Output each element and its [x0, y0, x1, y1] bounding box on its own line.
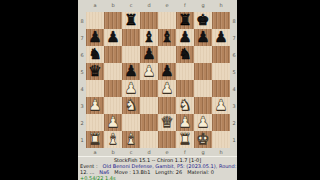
- square-c4: ♟: [122, 80, 140, 97]
- square-h1: [212, 131, 230, 148]
- square-c5: ♟: [122, 63, 140, 80]
- square-c1: ♝: [122, 131, 140, 148]
- square-e2: ♛: [158, 114, 176, 131]
- square-e4: ♟: [158, 80, 176, 97]
- rank-label-2: 2: [230, 114, 238, 131]
- square-d3: [140, 97, 158, 114]
- rank-label-1: 1: [78, 131, 86, 148]
- piece-white-rook: ♜: [178, 131, 191, 148]
- letterbox-right: [237, 0, 320, 180]
- material-info: Material: 0: [187, 169, 214, 175]
- rank-label-6: 6: [230, 46, 238, 63]
- rank-label-8: 8: [230, 12, 238, 29]
- file-label-b: b: [104, 0, 122, 12]
- video-frame: abcdefgh 87654321 87654321 ♜♜♚♟♟♝♝♟♟♟♞♟♞…: [0, 0, 320, 180]
- file-label-f: f: [176, 148, 194, 156]
- square-f5: [176, 63, 194, 80]
- piece-black-knight: ♞: [178, 46, 191, 63]
- letterbox-left: [0, 0, 78, 180]
- length-info: Length: 26: [155, 169, 182, 175]
- file-label-g: g: [194, 148, 212, 156]
- square-h3: ♟: [212, 97, 230, 114]
- square-d6: ♟: [140, 46, 158, 63]
- rank-label-7: 7: [78, 29, 86, 46]
- rank-label-4: 4: [78, 80, 86, 97]
- piece-white-king: ♚: [196, 131, 209, 148]
- square-h6: [212, 46, 230, 63]
- rank-label-7: 7: [230, 29, 238, 46]
- square-a8: [86, 12, 104, 29]
- file-label-a: a: [86, 0, 104, 12]
- rank-label-2: 2: [78, 114, 86, 131]
- square-d1: [140, 131, 158, 148]
- piece-white-pawn: ♟: [214, 97, 227, 114]
- file-label-e: e: [158, 0, 176, 12]
- piece-black-queen: ♛: [88, 63, 101, 80]
- piece-white-knight: ♞: [178, 97, 191, 114]
- piece-black-pawn: ♟: [178, 29, 191, 46]
- square-a5: ♛: [86, 63, 104, 80]
- piece-white-knight: ♞: [124, 97, 137, 114]
- square-d7: ♝: [140, 29, 158, 46]
- file-label-a: a: [86, 148, 104, 156]
- file-label-b: b: [104, 148, 122, 156]
- square-d2: [140, 114, 158, 131]
- piece-black-rook: ♜: [124, 12, 137, 29]
- square-g8: ♚: [194, 12, 212, 29]
- file-label-f: f: [176, 0, 194, 12]
- square-b7: ♟: [104, 29, 122, 46]
- square-g4: [194, 80, 212, 97]
- piece-white-pawn: ♟: [124, 80, 137, 97]
- rank-label-5: 5: [230, 63, 238, 80]
- rank-label-6: 6: [78, 46, 86, 63]
- square-g6: [194, 46, 212, 63]
- piece-black-bishop: ♝: [142, 29, 155, 46]
- piece-white-pawn: ♟: [88, 97, 101, 114]
- square-d4: [140, 80, 158, 97]
- square-a3: ♟: [86, 97, 104, 114]
- rank-label-3: 3: [78, 97, 86, 114]
- square-a1: ♜: [86, 131, 104, 148]
- engine-eval: +0.54/22 1.4s: [78, 175, 237, 180]
- piece-white-pawn: ♟: [196, 114, 209, 131]
- square-g7: ♟: [194, 29, 212, 46]
- square-c8: ♜: [122, 12, 140, 29]
- square-d8: [140, 12, 158, 29]
- game-info-caption: StockFish 15.1 -- Chiron 1.1.7 [1-0] Eve…: [78, 156, 237, 180]
- square-g3: [194, 97, 212, 114]
- square-e6: [158, 46, 176, 63]
- rank-labels-left: 87654321: [78, 12, 86, 148]
- file-label-c: c: [122, 148, 140, 156]
- square-b2: ♟: [104, 114, 122, 131]
- square-b6: [104, 46, 122, 63]
- piece-black-pawn: ♟: [106, 29, 119, 46]
- piece-black-king: ♚: [196, 12, 209, 29]
- square-b4: [104, 80, 122, 97]
- piece-black-pawn: ♟: [142, 46, 155, 63]
- square-h5: [212, 63, 230, 80]
- file-label-g: g: [194, 0, 212, 12]
- rank-label-1: 1: [230, 131, 238, 148]
- square-f2: ♟: [176, 114, 194, 131]
- piece-white-rook: ♜: [88, 131, 101, 148]
- piece-white-pawn: ♟: [178, 114, 191, 131]
- file-label-h: h: [212, 148, 230, 156]
- square-h7: ♟: [212, 29, 230, 46]
- piece-black-bishop: ♝: [160, 29, 173, 46]
- square-e3: [158, 97, 176, 114]
- square-f6: ♞: [176, 46, 194, 63]
- rank-label-5: 5: [78, 63, 86, 80]
- square-h4: [212, 80, 230, 97]
- square-h8: [212, 12, 230, 29]
- piece-white-bishop: ♝: [106, 131, 119, 148]
- square-e5: ♟: [158, 63, 176, 80]
- file-label-d: d: [140, 0, 158, 12]
- square-a4: [86, 80, 104, 97]
- square-c2: [122, 114, 140, 131]
- square-a6: ♞: [86, 46, 104, 63]
- piece-white-pawn: ♟: [160, 80, 173, 97]
- piece-black-rook: ♜: [178, 12, 191, 29]
- piece-black-pawn: ♟: [196, 29, 209, 46]
- square-b3: [104, 97, 122, 114]
- square-d5: ♟: [140, 63, 158, 80]
- file-label-d: d: [140, 148, 158, 156]
- square-e1: [158, 131, 176, 148]
- square-c7: [122, 29, 140, 46]
- square-h2: [212, 114, 230, 131]
- file-label-e: e: [158, 148, 176, 156]
- piece-white-queen: ♛: [160, 114, 173, 131]
- square-c3: ♞: [122, 97, 140, 114]
- file-labels-bottom: abcdefgh: [86, 148, 230, 156]
- piece-black-pawn: ♟: [124, 63, 137, 80]
- chess-board: ♜♜♚♟♟♝♝♟♟♟♞♟♞♛♟♟♟♟♟♟♞♞♟♟♛♟♟♜♝♝♜♚: [86, 12, 230, 148]
- rank-label-8: 8: [78, 12, 86, 29]
- piece-white-bishop: ♝: [124, 131, 137, 148]
- rank-label-4: 4: [230, 80, 238, 97]
- piece-black-pawn: ♟: [88, 29, 101, 46]
- piece-white-pawn: ♟: [106, 114, 119, 131]
- file-label-c: c: [122, 0, 140, 12]
- square-f4: [176, 80, 194, 97]
- move-info: Move : 13.Bb1: [114, 169, 150, 175]
- rank-label-3: 3: [230, 97, 238, 114]
- square-a7: ♟: [86, 29, 104, 46]
- rank-labels-right: 87654321: [230, 12, 238, 148]
- square-b8: [104, 12, 122, 29]
- square-e7: ♝: [158, 29, 176, 46]
- square-b1: ♝: [104, 131, 122, 148]
- piece-black-pawn: ♟: [160, 63, 173, 80]
- square-g2: ♟: [194, 114, 212, 131]
- chess-gui-panel: abcdefgh 87654321 87654321 ♜♜♚♟♟♝♝♟♟♟♞♟♞…: [78, 0, 237, 180]
- piece-white-pawn: ♟: [142, 63, 155, 80]
- square-e8: [158, 12, 176, 29]
- file-labels-top: abcdefgh: [86, 0, 230, 12]
- square-c6: [122, 46, 140, 63]
- piece-black-pawn: ♟: [214, 29, 227, 46]
- square-b5: [104, 63, 122, 80]
- piece-black-knight: ♞: [88, 46, 101, 63]
- file-label-h: h: [212, 0, 230, 12]
- square-f1: ♜: [176, 131, 194, 148]
- square-f7: ♟: [176, 29, 194, 46]
- square-f8: ♜: [176, 12, 194, 29]
- square-a2: [86, 114, 104, 131]
- square-g5: [194, 63, 212, 80]
- square-f3: ♞: [176, 97, 194, 114]
- square-g1: ♚: [194, 131, 212, 148]
